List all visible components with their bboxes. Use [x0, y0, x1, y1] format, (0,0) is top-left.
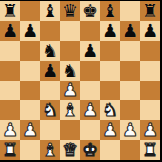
square-c7[interactable] [40, 21, 60, 41]
square-c5[interactable]: ♟ [40, 61, 60, 81]
square-e6[interactable]: ♟ [80, 41, 100, 61]
square-g1[interactable] [120, 140, 140, 160]
piece-black-king-e8: ♚ [82, 2, 98, 20]
square-b7[interactable]: ♟ [20, 21, 40, 41]
square-c4[interactable] [40, 81, 60, 101]
piece-white-bishop-d3: ♝ [62, 101, 78, 119]
square-f6[interactable] [100, 41, 120, 61]
square-c6[interactable]: ♞ [40, 41, 60, 61]
square-f3[interactable]: ♞ [100, 100, 120, 120]
square-a5[interactable] [0, 61, 20, 81]
piece-white-pawn-d4: ♟ [62, 81, 78, 99]
square-d4[interactable]: ♟ [60, 81, 80, 101]
square-d8[interactable]: ♛ [60, 1, 80, 21]
square-a4[interactable] [0, 81, 20, 101]
square-b6[interactable] [20, 41, 40, 61]
square-a2[interactable]: ♟ [0, 120, 20, 140]
piece-black-pawn-c5: ♟ [42, 62, 58, 80]
piece-black-pawn-b7: ♟ [22, 22, 38, 40]
piece-white-pawn-e3: ♟ [82, 101, 98, 119]
piece-white-pawn-f2: ♟ [102, 121, 118, 139]
chess-board-frame: ♜♝♛♚♝♜♟♟♟♟♟♞♟♟♞♟♞♝♟♞♟♟♟♟♟♜♝♛♚♜ [0, 0, 162, 162]
piece-black-pawn-h7: ♟ [142, 22, 158, 40]
square-f5[interactable] [100, 61, 120, 81]
square-e8[interactable]: ♚ [80, 1, 100, 21]
chess-board: ♜♝♛♚♝♜♟♟♟♟♟♞♟♟♞♟♞♝♟♞♟♟♟♟♟♜♝♛♚♜ [0, 1, 160, 160]
square-c1[interactable]: ♝ [40, 140, 60, 160]
square-d5[interactable]: ♞ [60, 61, 80, 81]
square-d6[interactable] [60, 41, 80, 61]
piece-white-king-e1: ♚ [82, 141, 98, 159]
square-d7[interactable] [60, 21, 80, 41]
square-g8[interactable] [120, 1, 140, 21]
square-b3[interactable] [20, 100, 40, 120]
square-g2[interactable]: ♟ [120, 120, 140, 140]
piece-black-rook-a8: ♜ [2, 2, 18, 20]
square-d3[interactable]: ♝ [60, 100, 80, 120]
square-h2[interactable]: ♟ [140, 120, 160, 140]
square-e2[interactable] [80, 120, 100, 140]
piece-white-knight-f3: ♞ [102, 101, 118, 119]
square-b2[interactable]: ♟ [20, 120, 40, 140]
piece-black-pawn-f7: ♟ [102, 22, 118, 40]
piece-white-queen-d1: ♛ [62, 141, 78, 159]
square-e7[interactable] [80, 21, 100, 41]
piece-white-pawn-a2: ♟ [2, 121, 18, 139]
square-h8[interactable]: ♜ [140, 1, 160, 21]
piece-white-bishop-c1: ♝ [42, 141, 58, 159]
piece-white-knight-c3: ♞ [42, 101, 58, 119]
square-f2[interactable]: ♟ [100, 120, 120, 140]
square-e1[interactable]: ♚ [80, 140, 100, 160]
square-b1[interactable] [20, 140, 40, 160]
square-f8[interactable]: ♝ [100, 1, 120, 21]
piece-black-pawn-g7: ♟ [122, 22, 138, 40]
square-h4[interactable] [140, 81, 160, 101]
piece-black-knight-c6: ♞ [42, 42, 58, 60]
square-c8[interactable]: ♝ [40, 1, 60, 21]
square-f4[interactable] [100, 81, 120, 101]
square-a7[interactable]: ♟ [0, 21, 20, 41]
square-g3[interactable] [120, 100, 140, 120]
piece-black-rook-h8: ♜ [142, 2, 158, 20]
square-h7[interactable]: ♟ [140, 21, 160, 41]
square-a6[interactable] [0, 41, 20, 61]
square-c3[interactable]: ♞ [40, 100, 60, 120]
piece-black-knight-d5: ♞ [62, 62, 78, 80]
square-h5[interactable] [140, 61, 160, 81]
square-a8[interactable]: ♜ [0, 1, 20, 21]
square-g7[interactable]: ♟ [120, 21, 140, 41]
square-b8[interactable] [20, 1, 40, 21]
piece-white-rook-h1: ♜ [142, 141, 158, 159]
piece-black-pawn-a7: ♟ [2, 22, 18, 40]
square-h1[interactable]: ♜ [140, 140, 160, 160]
square-f7[interactable]: ♟ [100, 21, 120, 41]
piece-white-pawn-h2: ♟ [142, 121, 158, 139]
piece-black-pawn-e6: ♟ [82, 42, 98, 60]
square-h3[interactable] [140, 100, 160, 120]
square-e3[interactable]: ♟ [80, 100, 100, 120]
piece-black-bishop-c8: ♝ [42, 2, 58, 20]
piece-white-rook-a1: ♜ [2, 141, 18, 159]
square-g4[interactable] [120, 81, 140, 101]
square-e5[interactable] [80, 61, 100, 81]
piece-black-queen-d8: ♛ [62, 2, 78, 20]
square-f1[interactable] [100, 140, 120, 160]
square-g6[interactable] [120, 41, 140, 61]
square-a1[interactable]: ♜ [0, 140, 20, 160]
square-b5[interactable] [20, 61, 40, 81]
square-d1[interactable]: ♛ [60, 140, 80, 160]
square-h6[interactable] [140, 41, 160, 61]
square-g5[interactable] [120, 61, 140, 81]
square-c2[interactable] [40, 120, 60, 140]
piece-white-pawn-g2: ♟ [122, 121, 138, 139]
piece-white-pawn-b2: ♟ [22, 121, 38, 139]
square-a3[interactable] [0, 100, 20, 120]
square-e4[interactable] [80, 81, 100, 101]
piece-black-bishop-f8: ♝ [102, 2, 118, 20]
square-d2[interactable] [60, 120, 80, 140]
square-b4[interactable] [20, 81, 40, 101]
